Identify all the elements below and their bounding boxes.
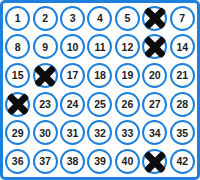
cell-42: 42 [169, 147, 196, 176]
cell-7: 7 [169, 4, 196, 33]
cell-15: 15 [4, 61, 31, 90]
number-circle-35[interactable]: 35 [170, 120, 195, 145]
cell-28: 28 [169, 90, 196, 119]
cell-39: 39 [86, 147, 113, 176]
cell-31: 31 [59, 119, 86, 148]
cell-21: 21 [169, 61, 196, 90]
cell-10: 10 [59, 33, 86, 62]
cell-36: 36 [4, 147, 31, 176]
cell-14: 14 [169, 33, 196, 62]
number-circle-21[interactable]: 21 [170, 63, 195, 88]
cell-1: 1 [4, 4, 31, 33]
number-circle-36[interactable]: 36 [5, 149, 30, 174]
number-circle-15[interactable]: 15 [5, 63, 30, 88]
cell-37: 37 [31, 147, 58, 176]
cell-11: 11 [86, 33, 113, 62]
number-circle-31[interactable]: 31 [60, 120, 85, 145]
cell-12: 12 [114, 33, 141, 62]
number-circle-33[interactable]: 33 [115, 120, 140, 145]
number-circle-3[interactable]: 3 [60, 6, 85, 31]
number-circle-23[interactable]: 23 [33, 92, 58, 117]
cell-32: 32 [86, 119, 113, 148]
cell-26: 26 [114, 90, 141, 119]
cell-3: 3 [59, 4, 86, 33]
number-circle-29[interactable]: 29 [5, 120, 30, 145]
number-circle-22[interactable] [5, 92, 30, 117]
cell-17: 17 [59, 61, 86, 90]
cell-22 [4, 90, 31, 119]
number-circle-26[interactable]: 26 [115, 92, 140, 117]
number-circle-34[interactable]: 34 [142, 120, 167, 145]
cell-23: 23 [31, 90, 58, 119]
number-circle-27[interactable]: 27 [142, 92, 167, 117]
cell-33: 33 [114, 119, 141, 148]
number-circle-37[interactable]: 37 [33, 149, 58, 174]
number-circle-16[interactable] [33, 63, 58, 88]
cell-20: 20 [141, 61, 168, 90]
cell-25: 25 [86, 90, 113, 119]
number-circle-4[interactable]: 4 [87, 6, 112, 31]
number-circle-24[interactable]: 24 [60, 92, 85, 117]
cell-40: 40 [114, 147, 141, 176]
cell-13 [141, 33, 168, 62]
number-circle-18[interactable]: 18 [87, 63, 112, 88]
number-circle-17[interactable]: 17 [60, 63, 85, 88]
cell-34: 34 [141, 119, 168, 148]
cell-8: 8 [4, 33, 31, 62]
cell-9: 9 [31, 33, 58, 62]
cell-35: 35 [169, 119, 196, 148]
number-circle-38[interactable]: 38 [60, 149, 85, 174]
cell-16 [31, 61, 58, 90]
number-circle-9[interactable]: 9 [33, 34, 58, 59]
number-circle-39[interactable]: 39 [87, 149, 112, 174]
number-circle-42[interactable]: 42 [170, 149, 195, 174]
number-circle-10[interactable]: 10 [60, 34, 85, 59]
number-circle-28[interactable]: 28 [170, 92, 195, 117]
number-circle-32[interactable]: 32 [87, 120, 112, 145]
number-circle-11[interactable]: 11 [87, 34, 112, 59]
number-circle-19[interactable]: 19 [115, 63, 140, 88]
number-circle-1[interactable]: 1 [5, 6, 30, 31]
number-circle-20[interactable]: 20 [142, 63, 167, 88]
cell-29: 29 [4, 119, 31, 148]
number-board: 1234578910111214151718192021232425262728… [0, 0, 200, 180]
number-circle-12[interactable]: 12 [115, 34, 140, 59]
number-circle-30[interactable]: 30 [33, 120, 58, 145]
number-circle-5[interactable]: 5 [115, 6, 140, 31]
cell-6 [141, 4, 168, 33]
number-circle-6[interactable] [142, 6, 167, 31]
number-circle-7[interactable]: 7 [170, 6, 195, 31]
cell-27: 27 [141, 90, 168, 119]
number-circle-8[interactable]: 8 [5, 34, 30, 59]
cell-30: 30 [31, 119, 58, 148]
number-circle-14[interactable]: 14 [170, 34, 195, 59]
number-circle-13[interactable] [142, 34, 167, 59]
cell-5: 5 [114, 4, 141, 33]
cell-38: 38 [59, 147, 86, 176]
cell-18: 18 [86, 61, 113, 90]
cell-2: 2 [31, 4, 58, 33]
number-circle-41[interactable] [142, 149, 167, 174]
number-circle-2[interactable]: 2 [33, 6, 58, 31]
number-circle-25[interactable]: 25 [87, 92, 112, 117]
cell-41 [141, 147, 168, 176]
cell-4: 4 [86, 4, 113, 33]
number-circle-40[interactable]: 40 [115, 149, 140, 174]
cell-19: 19 [114, 61, 141, 90]
cell-24: 24 [59, 90, 86, 119]
